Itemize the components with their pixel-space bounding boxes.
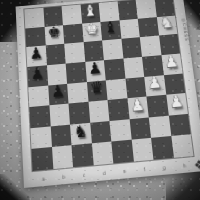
black-pawn-piece[interactable]: ♟ xyxy=(51,84,65,101)
square-a3[interactable] xyxy=(29,105,50,128)
square-b7[interactable]: ♚ xyxy=(44,25,64,46)
white-knight-piece[interactable]: ♞ xyxy=(159,16,174,32)
white-bishop-piece[interactable]: ♝ xyxy=(83,3,97,19)
file-label-f: f xyxy=(143,166,145,171)
white-pawn-piece[interactable]: ♟ xyxy=(130,97,145,114)
square-g4[interactable]: ♟ xyxy=(144,75,166,97)
white-pawn-piece[interactable]: ♟ xyxy=(164,54,179,71)
square-d4[interactable]: ♛ xyxy=(86,80,107,102)
square-g3[interactable] xyxy=(146,95,168,117)
square-a4[interactable] xyxy=(28,85,49,107)
file-label-e: e xyxy=(123,168,126,174)
white-pawn-piece[interactable]: ♟ xyxy=(169,94,184,111)
file-label-c: c xyxy=(83,172,86,178)
file-label-d: d xyxy=(103,170,106,176)
square-b4[interactable]: ♟ xyxy=(48,83,69,105)
square-f6[interactable] xyxy=(121,37,142,58)
maker-logo-icon: ❖ xyxy=(193,158,200,172)
black-queen-piece[interactable]: ♛ xyxy=(89,80,104,97)
square-c6[interactable] xyxy=(64,42,85,63)
square-f7[interactable] xyxy=(119,18,140,39)
square-g2[interactable] xyxy=(149,115,171,138)
playing-area: ♝♚♚♝♞♟♟♟♟♟♛♟♟♟♞ xyxy=(24,0,193,171)
file-label-b: b xyxy=(62,174,65,180)
square-d1[interactable] xyxy=(91,142,113,165)
square-b1[interactable] xyxy=(52,146,74,170)
black-pawn-piece[interactable]: ♟ xyxy=(29,46,43,62)
square-a1[interactable] xyxy=(31,147,52,171)
square-a2[interactable] xyxy=(30,126,51,149)
square-f8[interactable] xyxy=(117,0,138,20)
square-a8[interactable] xyxy=(24,8,44,28)
black-king-piece[interactable]: ♚ xyxy=(47,25,61,41)
square-g1[interactable] xyxy=(151,136,173,159)
square-h1[interactable] xyxy=(171,135,194,158)
square-f1[interactable] xyxy=(131,138,153,161)
square-h3[interactable]: ♟ xyxy=(166,93,188,115)
square-d2[interactable] xyxy=(90,121,112,144)
square-h7[interactable]: ♞ xyxy=(156,15,177,36)
black-pawn-piece[interactable]: ♟ xyxy=(30,66,44,83)
white-king-piece[interactable]: ♚ xyxy=(85,22,99,38)
square-e5[interactable] xyxy=(104,58,125,79)
photo-background: ♝♚♚♝♞♟♟♟♟♟♛♟♟♟♞ abcdefgh ◎CHESS ❖ xyxy=(0,0,200,200)
square-f2[interactable] xyxy=(129,117,151,140)
square-g7[interactable] xyxy=(138,17,159,38)
square-f5[interactable] xyxy=(123,57,144,78)
square-c8[interactable] xyxy=(62,5,82,25)
square-b2[interactable] xyxy=(50,124,71,147)
square-c1[interactable] xyxy=(71,144,93,167)
square-c2[interactable]: ♞ xyxy=(70,123,91,146)
chess-board: ♝♚♚♝♞♟♟♟♟♟♛♟♟♟♞ abcdefgh ◎CHESS ❖ xyxy=(16,0,200,188)
square-g6[interactable] xyxy=(140,36,161,57)
square-c5[interactable] xyxy=(66,62,87,84)
square-e4[interactable] xyxy=(106,78,127,100)
black-bishop-piece[interactable]: ♝ xyxy=(103,21,117,37)
square-h2[interactable] xyxy=(168,114,190,137)
square-a5[interactable]: ♟ xyxy=(27,65,47,87)
square-d3[interactable] xyxy=(88,100,109,122)
square-h5[interactable]: ♟ xyxy=(161,53,183,74)
black-pawn-piece[interactable]: ♟ xyxy=(88,61,103,78)
square-c4[interactable] xyxy=(67,82,88,104)
square-e3[interactable] xyxy=(108,98,130,120)
square-b3[interactable] xyxy=(49,104,70,127)
square-e7[interactable]: ♝ xyxy=(100,20,121,41)
black-knight-piece[interactable]: ♞ xyxy=(73,123,88,141)
file-label-g: g xyxy=(162,164,166,170)
square-e6[interactable] xyxy=(102,39,123,60)
square-d7[interactable]: ♚ xyxy=(82,22,102,43)
square-e1[interactable] xyxy=(111,140,133,163)
square-g8[interactable] xyxy=(136,0,157,18)
square-e2[interactable] xyxy=(109,119,131,142)
square-c7[interactable] xyxy=(63,23,83,44)
square-b6[interactable] xyxy=(45,44,65,65)
square-f3[interactable]: ♟ xyxy=(127,97,149,119)
file-label-h: h xyxy=(183,163,187,169)
white-pawn-piece[interactable]: ♟ xyxy=(147,75,162,92)
file-label-a: a xyxy=(42,176,45,182)
